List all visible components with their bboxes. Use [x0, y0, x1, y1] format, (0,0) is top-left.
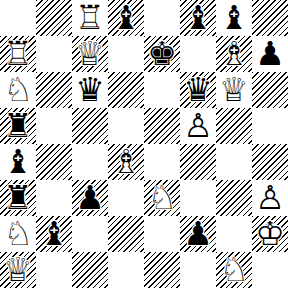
- square-h4[interactable]: [252, 144, 288, 180]
- piece-black-bishop[interactable]: ♝: [180, 0, 216, 36]
- piece-white-pawn[interactable]: ♙: [180, 108, 216, 144]
- square-h6[interactable]: [252, 72, 288, 108]
- square-g6[interactable]: ♛♕: [216, 72, 252, 108]
- square-h5[interactable]: [252, 108, 288, 144]
- square-d3[interactable]: [108, 180, 144, 216]
- square-b2[interactable]: ♝♝: [36, 216, 72, 252]
- square-b3[interactable]: [36, 180, 72, 216]
- piece-black-bishop[interactable]: ♝: [0, 144, 36, 180]
- piece-black-pawn[interactable]: ♟: [180, 216, 216, 252]
- square-e4[interactable]: [144, 144, 180, 180]
- square-b7[interactable]: [36, 36, 72, 72]
- square-d7[interactable]: [108, 36, 144, 72]
- square-f7[interactable]: [180, 36, 216, 72]
- square-d8[interactable]: ♝♝: [108, 0, 144, 36]
- square-e6[interactable]: [144, 72, 180, 108]
- square-c1[interactable]: [72, 252, 108, 288]
- square-f2[interactable]: ♟♟: [180, 216, 216, 252]
- piece-white-knight[interactable]: ♘: [0, 72, 36, 108]
- square-e2[interactable]: [144, 216, 180, 252]
- piece-white-knight[interactable]: ♘: [0, 216, 36, 252]
- square-c6[interactable]: ♛♛: [72, 72, 108, 108]
- piece-black-bishop[interactable]: ♝: [108, 0, 144, 36]
- square-e8[interactable]: [144, 0, 180, 36]
- square-d2[interactable]: [108, 216, 144, 252]
- piece-white-bishop[interactable]: ♗: [108, 144, 144, 180]
- square-g7[interactable]: ♝♗: [216, 36, 252, 72]
- square-g3[interactable]: [216, 180, 252, 216]
- piece-white-rook[interactable]: ♖: [0, 36, 36, 72]
- square-b4[interactable]: [36, 144, 72, 180]
- piece-white-rook[interactable]: ♖: [72, 0, 108, 36]
- square-f5[interactable]: ♟♙: [180, 108, 216, 144]
- piece-black-king[interactable]: ♚: [144, 36, 180, 72]
- square-e3[interactable]: ♞♘: [144, 180, 180, 216]
- square-f4[interactable]: [180, 144, 216, 180]
- square-h7[interactable]: ♟♟: [252, 36, 288, 72]
- square-b8[interactable]: [36, 0, 72, 36]
- piece-black-bishop[interactable]: ♝: [36, 216, 72, 252]
- piece-black-queen[interactable]: ♛: [180, 72, 216, 108]
- square-e1[interactable]: [144, 252, 180, 288]
- piece-white-queen[interactable]: ♕: [72, 36, 108, 72]
- square-d5[interactable]: [108, 108, 144, 144]
- square-d6[interactable]: [108, 72, 144, 108]
- piece-black-rook[interactable]: ♜: [0, 180, 36, 216]
- square-e5[interactable]: [144, 108, 180, 144]
- square-c4[interactable]: [72, 144, 108, 180]
- piece-white-king[interactable]: ♔: [252, 216, 288, 252]
- square-h2[interactable]: ♚♔: [252, 216, 288, 252]
- square-c2[interactable]: [72, 216, 108, 252]
- square-a2[interactable]: ♞♘: [0, 216, 36, 252]
- square-f1[interactable]: [180, 252, 216, 288]
- piece-white-knight[interactable]: ♘: [144, 180, 180, 216]
- square-b5[interactable]: [36, 108, 72, 144]
- chess-board: ♜♖♝♝♝♝♝♝♜♖♛♕♚♚♝♗♟♟♞♘♛♛♛♛♛♕♜♜♟♙♝♝♝♗♜♜♟♟♞♘…: [0, 0, 288, 288]
- square-g4[interactable]: [216, 144, 252, 180]
- piece-white-bishop[interactable]: ♗: [216, 36, 252, 72]
- square-c7[interactable]: ♛♕: [72, 36, 108, 72]
- square-f3[interactable]: [180, 180, 216, 216]
- square-g8[interactable]: ♝♝: [216, 0, 252, 36]
- square-d1[interactable]: [108, 252, 144, 288]
- piece-black-pawn[interactable]: ♟: [252, 36, 288, 72]
- piece-white-queen[interactable]: ♕: [216, 72, 252, 108]
- square-b6[interactable]: [36, 72, 72, 108]
- square-a5[interactable]: ♜♜: [0, 108, 36, 144]
- piece-black-pawn[interactable]: ♟: [72, 180, 108, 216]
- square-g5[interactable]: [216, 108, 252, 144]
- square-h8[interactable]: [252, 0, 288, 36]
- square-f8[interactable]: ♝♝: [180, 0, 216, 36]
- square-b1[interactable]: [36, 252, 72, 288]
- square-e7[interactable]: ♚♚: [144, 36, 180, 72]
- square-d4[interactable]: ♝♗: [108, 144, 144, 180]
- piece-white-pawn[interactable]: ♙: [252, 180, 288, 216]
- square-c3[interactable]: ♟♟: [72, 180, 108, 216]
- piece-black-queen[interactable]: ♛: [72, 72, 108, 108]
- square-h1[interactable]: [252, 252, 288, 288]
- square-a1[interactable]: ♛♕: [0, 252, 36, 288]
- piece-white-queen[interactable]: ♕: [0, 252, 36, 288]
- square-a6[interactable]: ♞♘: [0, 72, 36, 108]
- square-f6[interactable]: ♛♛: [180, 72, 216, 108]
- square-a4[interactable]: ♝♝: [0, 144, 36, 180]
- square-a7[interactable]: ♜♖: [0, 36, 36, 72]
- square-h3[interactable]: ♟♙: [252, 180, 288, 216]
- square-c5[interactable]: [72, 108, 108, 144]
- square-g1[interactable]: ♞♘: [216, 252, 252, 288]
- piece-black-rook[interactable]: ♜: [0, 108, 36, 144]
- square-a8[interactable]: [0, 0, 36, 36]
- piece-white-knight[interactable]: ♘: [216, 252, 252, 288]
- square-c8[interactable]: ♜♖: [72, 0, 108, 36]
- square-a3[interactable]: ♜♜: [0, 180, 36, 216]
- piece-black-bishop[interactable]: ♝: [216, 0, 252, 36]
- square-g2[interactable]: [216, 216, 252, 252]
